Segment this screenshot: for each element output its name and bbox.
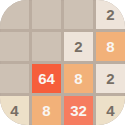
board-grid: 2 2 8 64 8 2 4 8 32 4 [0, 0, 125, 125]
tile-32-r4c3: 32 [64, 96, 93, 125]
empty-cell-r1c1 [0, 0, 29, 29]
tile-2-r1c4: 2 [96, 0, 125, 29]
tile-4-r4c1: 4 [0, 96, 29, 125]
tile-2-r3c4: 2 [96, 64, 125, 93]
tile-4-r4c4: 4 [96, 96, 125, 125]
app-icon-2048[interactable]: 2 2 8 64 8 2 4 8 32 4 [0, 0, 125, 125]
tile-8-r4c2: 8 [32, 96, 61, 125]
empty-cell-r2c1 [0, 32, 29, 61]
tile-8-r3c3: 8 [64, 64, 93, 93]
tile-64-r3c2: 64 [32, 64, 61, 93]
tile-8-r2c4: 8 [96, 32, 125, 61]
tile-2-r2c3: 2 [64, 32, 93, 61]
empty-cell-r2c2 [32, 32, 61, 61]
empty-cell-r3c1 [0, 64, 29, 93]
empty-cell-r1c3 [64, 0, 93, 29]
empty-cell-r1c2 [32, 0, 61, 29]
